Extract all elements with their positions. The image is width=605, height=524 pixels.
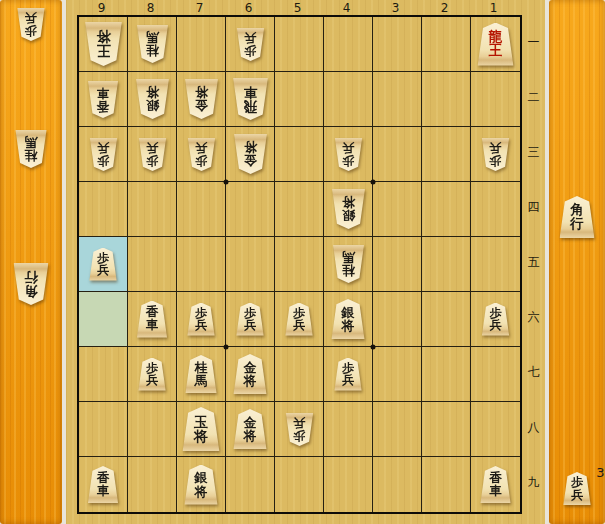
piece-knight-gote[interactable]: 桂馬: [15, 130, 48, 168]
piece-kanji: 車: [97, 485, 110, 498]
piece-kanji: 将: [244, 141, 257, 154]
piece-kanji: 歩: [195, 154, 207, 166]
piece-pawn-sente[interactable]: 歩兵: [138, 358, 167, 391]
square-4-6[interactable]: 銀将: [324, 292, 373, 347]
square-6-4[interactable]: [226, 182, 275, 237]
piece-pawn-gote[interactable]: 歩兵: [481, 138, 510, 171]
pawn-glyph: 歩兵: [285, 303, 314, 336]
piece-kanji: 兵: [244, 319, 256, 331]
piece-pawn-sente[interactable]: 歩兵: [285, 303, 314, 336]
file-label-1: 1: [469, 0, 518, 15]
piece-kanji: 兵: [97, 142, 109, 154]
square-5-9[interactable]: [275, 457, 324, 512]
board-background: 987654321 王将桂馬歩兵龍王香車銀将金将飛車歩兵歩兵歩兵金将歩兵歩兵銀将…: [66, 0, 545, 524]
piece-kanji: 兵: [146, 142, 158, 154]
piece-dragon-sente[interactable]: 龍王: [477, 23, 515, 66]
piece-kanji: 兵: [571, 489, 583, 501]
piece-pawn-gote[interactable]: 歩兵: [334, 138, 363, 171]
file-label-5: 5: [273, 0, 322, 15]
piece-silver-gote[interactable]: 銀将: [331, 189, 366, 229]
rank-label-5: 五: [523, 235, 544, 290]
piece-silver-sente[interactable]: 銀将: [184, 465, 219, 505]
piece-gold-sente[interactable]: 金将: [233, 409, 268, 449]
piece-kanji: 銀: [195, 471, 208, 484]
square-9-7[interactable]: [79, 347, 128, 402]
rank-label-8: 八: [523, 400, 544, 455]
piece-kanji: 桂: [195, 361, 208, 374]
piece-kanji: 兵: [25, 12, 37, 24]
piece-knight-gote[interactable]: 桂馬: [136, 25, 169, 63]
square-9-9[interactable]: 香車: [79, 457, 128, 512]
piece-pawn-sente[interactable]: 歩兵: [187, 303, 216, 336]
knight-glyph: 桂馬: [332, 245, 365, 283]
square-5-4[interactable]: [275, 182, 324, 237]
pawn-glyph: 歩兵: [236, 303, 265, 336]
square-2-6[interactable]: [422, 292, 471, 347]
rook-glyph: 飛車: [232, 78, 269, 120]
square-8-2[interactable]: 銀将: [128, 72, 177, 127]
gold-glyph: 金将: [184, 79, 219, 119]
square-9-2[interactable]: 香車: [79, 72, 128, 127]
piece-pawn-gote[interactable]: 歩兵: [187, 138, 216, 171]
rank-labels: 一二三四五六七八九: [523, 15, 544, 510]
square-3-1[interactable]: [373, 17, 422, 72]
square-2-5[interactable]: [422, 237, 471, 292]
piece-kanji: 兵: [97, 264, 109, 276]
king-glyph: 玉将: [182, 407, 221, 451]
bishop-glyph: 角行: [559, 196, 596, 238]
star-point: [224, 345, 229, 350]
piece-kanji: 歩: [490, 154, 502, 166]
piece-king-sente[interactable]: 玉将: [182, 407, 221, 451]
star-point: [371, 345, 376, 350]
square-6-6[interactable]: 歩兵: [226, 292, 275, 347]
pawn-glyph: 歩兵: [481, 303, 510, 336]
piece-kanji: 車: [146, 319, 159, 332]
piece-kanji: 将: [244, 374, 257, 387]
square-1-6[interactable]: 歩兵: [471, 292, 520, 347]
sente-hand-tray: 角行歩兵3: [549, 0, 605, 524]
star-point: [224, 180, 229, 185]
piece-pawn-sente[interactable]: 歩兵: [481, 303, 510, 336]
pawn-glyph: 歩兵: [138, 358, 167, 391]
square-8-7[interactable]: 歩兵: [128, 347, 177, 402]
lance-glyph: 香車: [480, 466, 512, 503]
file-label-8: 8: [126, 0, 175, 15]
piece-kanji: 将: [194, 429, 208, 443]
square-5-3[interactable]: [275, 127, 324, 182]
piece-kanji: 兵: [342, 142, 354, 154]
square-1-4[interactable]: [471, 182, 520, 237]
file-label-4: 4: [322, 0, 371, 15]
piece-kanji: 王: [96, 44, 110, 58]
pawn-glyph: 歩兵: [89, 138, 118, 171]
rank-label-1: 一: [523, 15, 544, 70]
rank-label-3: 三: [523, 125, 544, 180]
piece-gold-gote[interactable]: 金将: [233, 134, 268, 174]
piece-kanji: 馬: [25, 136, 38, 149]
file-labels: 987654321: [77, 0, 518, 15]
rank-label-4: 四: [523, 180, 544, 235]
square-8-5[interactable]: [128, 237, 177, 292]
file-label-3: 3: [371, 0, 420, 15]
bishop-glyph: 角行: [13, 263, 50, 305]
piece-kanji: 金: [244, 154, 257, 167]
square-1-1[interactable]: 龍王: [471, 17, 520, 72]
square-4-9[interactable]: [324, 457, 373, 512]
square-9-1[interactable]: 王将: [79, 17, 128, 72]
piece-kanji: 飛: [243, 99, 257, 113]
rank-label-9: 九: [523, 455, 544, 510]
square-3-5[interactable]: [373, 237, 422, 292]
piece-kanji: 桂: [25, 149, 38, 162]
pawn-glyph: 歩兵: [236, 28, 265, 61]
square-5-8[interactable]: 歩兵: [275, 402, 324, 457]
silver-glyph: 銀将: [331, 299, 366, 339]
piece-knight-sente[interactable]: 桂馬: [185, 355, 218, 393]
square-7-2[interactable]: 金将: [177, 72, 226, 127]
pawn-glyph: 歩兵: [563, 472, 592, 505]
piece-kanji: 将: [342, 319, 355, 332]
square-7-4[interactable]: [177, 182, 226, 237]
piece-pawn-sente[interactable]: 歩兵: [236, 303, 265, 336]
square-7-5[interactable]: [177, 237, 226, 292]
square-3-8[interactable]: [373, 402, 422, 457]
square-9-8[interactable]: [79, 402, 128, 457]
pawn-glyph: 歩兵: [138, 138, 167, 171]
piece-kanji: 王: [489, 44, 503, 58]
pawn-glyph: 歩兵: [89, 248, 118, 281]
piece-kanji: 歩: [342, 154, 354, 166]
square-8-8[interactable]: [128, 402, 177, 457]
square-2-3[interactable]: [422, 127, 471, 182]
piece-kanji: 歩: [146, 154, 158, 166]
gote-hand-tray: 歩兵桂馬角行: [0, 0, 62, 524]
square-1-7[interactable]: [471, 347, 520, 402]
square-6-3[interactable]: 金将: [226, 127, 275, 182]
square-7-9[interactable]: 銀将: [177, 457, 226, 512]
square-8-6[interactable]: 香車: [128, 292, 177, 347]
piece-kanji: 将: [96, 30, 110, 44]
square-4-8[interactable]: [324, 402, 373, 457]
piece-pawn-sente[interactable]: 歩兵: [89, 248, 118, 281]
king-glyph: 王将: [84, 22, 123, 66]
piece-kanji: 兵: [293, 319, 305, 331]
square-1-5[interactable]: [471, 237, 520, 292]
square-6-1[interactable]: 歩兵: [226, 17, 275, 72]
piece-kanji: 歩: [25, 25, 37, 37]
square-3-3[interactable]: [373, 127, 422, 182]
gold-glyph: 金将: [233, 134, 268, 174]
square-9-5-last-move-to[interactable]: 歩兵: [79, 237, 128, 292]
piece-kanji: 金: [244, 361, 257, 374]
square-2-2[interactable]: [422, 72, 471, 127]
piece-kanji: 歩: [293, 429, 305, 441]
square-9-3[interactable]: 歩兵: [79, 127, 128, 182]
square-8-4[interactable]: [128, 182, 177, 237]
pawn-glyph: 歩兵: [187, 303, 216, 336]
piece-kanji: 車: [97, 86, 110, 99]
piece-lance-sente[interactable]: 香車: [480, 466, 512, 503]
gote-hand-knight[interactable]: 桂馬: [15, 130, 48, 168]
square-5-1[interactable]: [275, 17, 324, 72]
piece-kanji: 兵: [244, 32, 256, 44]
piece-knight-gote[interactable]: 桂馬: [332, 245, 365, 283]
square-3-6[interactable]: [373, 292, 422, 347]
piece-kanji: 歩: [571, 476, 583, 488]
gote-hand-pawn[interactable]: 歩兵: [17, 8, 46, 41]
piece-kanji: 将: [342, 196, 355, 209]
piece-pawn-gote[interactable]: 歩兵: [89, 138, 118, 171]
square-4-5[interactable]: 桂馬: [324, 237, 373, 292]
square-4-7[interactable]: 歩兵: [324, 347, 373, 402]
piece-lance-sente[interactable]: 香車: [87, 466, 119, 503]
piece-kanji: 歩: [244, 44, 256, 56]
square-1-8[interactable]: [471, 402, 520, 457]
piece-bishop-sente[interactable]: 角行: [559, 196, 596, 238]
square-5-5[interactable]: [275, 237, 324, 292]
square-4-3[interactable]: 歩兵: [324, 127, 373, 182]
silver-glyph: 銀将: [184, 465, 219, 505]
piece-kanji: 桂: [146, 44, 159, 57]
lance-glyph: 香車: [87, 81, 119, 118]
piece-silver-gote[interactable]: 銀将: [135, 79, 170, 119]
square-6-9[interactable]: [226, 457, 275, 512]
square-3-4[interactable]: [373, 182, 422, 237]
rank-label-6: 六: [523, 290, 544, 345]
piece-kanji: 兵: [195, 142, 207, 154]
square-3-2[interactable]: [373, 72, 422, 127]
piece-kanji: 兵: [342, 374, 354, 386]
file-label-6: 6: [224, 0, 273, 15]
gold-glyph: 金将: [233, 409, 268, 449]
pawn-glyph: 歩兵: [334, 138, 363, 171]
square-1-3[interactable]: 歩兵: [471, 127, 520, 182]
square-8-3[interactable]: 歩兵: [128, 127, 177, 182]
piece-rook-gote[interactable]: 飛車: [232, 78, 269, 120]
piece-pawn-gote[interactable]: 歩兵: [285, 413, 314, 446]
square-5-7[interactable]: [275, 347, 324, 402]
rank-label-2: 二: [523, 70, 544, 125]
board: 王将桂馬歩兵龍王香車銀将金将飛車歩兵歩兵歩兵金将歩兵歩兵銀将歩兵桂馬香車歩兵歩兵…: [77, 15, 522, 514]
square-5-6[interactable]: 歩兵: [275, 292, 324, 347]
square-8-9[interactable]: [128, 457, 177, 512]
square-7-7[interactable]: 桂馬: [177, 347, 226, 402]
square-2-4[interactable]: [422, 182, 471, 237]
square-5-2[interactable]: [275, 72, 324, 127]
square-3-9[interactable]: [373, 457, 422, 512]
pawn-glyph: 歩兵: [285, 413, 314, 446]
piece-gold-sente[interactable]: 金将: [233, 354, 268, 394]
piece-kanji: 車: [489, 485, 502, 498]
pawn-glyph: 歩兵: [187, 138, 216, 171]
dragon-glyph: 龍王: [477, 23, 515, 66]
piece-kanji: 銀: [342, 306, 355, 319]
rank-label-7: 七: [523, 345, 544, 400]
sente-hand-bishop[interactable]: 角行: [559, 196, 596, 238]
piece-kanji: 行: [570, 217, 584, 231]
piece-kanji: 馬: [342, 251, 355, 264]
piece-kanji: 将: [195, 86, 208, 99]
square-4-2[interactable]: [324, 72, 373, 127]
piece-lance-sente[interactable]: 香車: [136, 301, 168, 338]
piece-kanji: 将: [146, 86, 159, 99]
piece-pawn-gote[interactable]: 歩兵: [236, 28, 265, 61]
gold-glyph: 金将: [233, 354, 268, 394]
square-6-2[interactable]: 飛車: [226, 72, 275, 127]
piece-kanji: 馬: [195, 374, 208, 387]
silver-glyph: 銀将: [331, 189, 366, 229]
silver-glyph: 銀将: [135, 79, 170, 119]
star-point: [371, 180, 376, 185]
square-9-6-last-move-from[interactable]: [79, 292, 128, 347]
gote-hand-bishop[interactable]: 角行: [13, 263, 50, 305]
square-7-8[interactable]: 玉将: [177, 402, 226, 457]
piece-lance-gote[interactable]: 香車: [87, 81, 119, 118]
piece-kanji: 銀: [342, 209, 355, 222]
square-2-1[interactable]: [422, 17, 471, 72]
square-2-8[interactable]: [422, 402, 471, 457]
sente-hand-pawn-count: 3: [596, 465, 604, 480]
piece-kanji: 兵: [146, 374, 158, 386]
piece-kanji: 金: [244, 416, 257, 429]
square-7-1[interactable]: [177, 17, 226, 72]
square-4-1[interactable]: [324, 17, 373, 72]
square-1-9[interactable]: 香車: [471, 457, 520, 512]
square-8-1[interactable]: 桂馬: [128, 17, 177, 72]
piece-pawn-sente[interactable]: 歩兵: [334, 358, 363, 391]
piece-kanji: 兵: [293, 417, 305, 429]
piece-gold-gote[interactable]: 金将: [184, 79, 219, 119]
knight-glyph: 桂馬: [185, 355, 218, 393]
square-2-7[interactable]: [422, 347, 471, 402]
piece-kanji: 兵: [490, 319, 502, 331]
square-7-6[interactable]: 歩兵: [177, 292, 226, 347]
piece-kanji: 桂: [342, 264, 355, 277]
knight-glyph: 桂馬: [15, 130, 48, 168]
lance-glyph: 香車: [136, 301, 168, 338]
square-9-4[interactable]: [79, 182, 128, 237]
square-6-7[interactable]: 金将: [226, 347, 275, 402]
file-label-9: 9: [77, 0, 126, 15]
square-6-5[interactable]: [226, 237, 275, 292]
square-2-9[interactable]: [422, 457, 471, 512]
piece-kanji: 角: [24, 284, 38, 298]
piece-kanji: 金: [195, 99, 208, 112]
piece-kanji: 馬: [146, 31, 159, 44]
square-1-2[interactable]: [471, 72, 520, 127]
piece-kanji: 車: [243, 85, 257, 99]
piece-kanji: 将: [195, 485, 208, 498]
piece-kanji: 将: [244, 429, 257, 442]
square-4-4[interactable]: 銀将: [324, 182, 373, 237]
file-label-2: 2: [420, 0, 469, 15]
piece-pawn-gote[interactable]: 歩兵: [138, 138, 167, 171]
piece-kanji: 玉: [194, 415, 208, 429]
piece-kanji: 兵: [490, 142, 502, 154]
pawn-glyph: 歩兵: [481, 138, 510, 171]
piece-silver-sente[interactable]: 銀将: [331, 299, 366, 339]
square-6-8[interactable]: 金将: [226, 402, 275, 457]
knight-glyph: 桂馬: [136, 25, 169, 63]
piece-kanji: 歩: [97, 154, 109, 166]
piece-pawn-gote[interactable]: 歩兵: [17, 8, 46, 41]
piece-kanji: 行: [24, 270, 38, 284]
lance-glyph: 香車: [87, 466, 119, 503]
piece-king-gote[interactable]: 王将: [84, 22, 123, 66]
piece-kanji: 兵: [195, 319, 207, 331]
square-3-7[interactable]: [373, 347, 422, 402]
sente-hand-pawn[interactable]: 歩兵3: [563, 472, 592, 505]
piece-kanji: 銀: [146, 99, 159, 112]
piece-bishop-gote[interactable]: 角行: [13, 263, 50, 305]
square-7-3[interactable]: 歩兵: [177, 127, 226, 182]
pawn-glyph: 歩兵: [17, 8, 46, 41]
piece-pawn-sente[interactable]: 歩兵: [563, 472, 592, 505]
pawn-glyph: 歩兵: [334, 358, 363, 391]
file-label-7: 7: [175, 0, 224, 15]
